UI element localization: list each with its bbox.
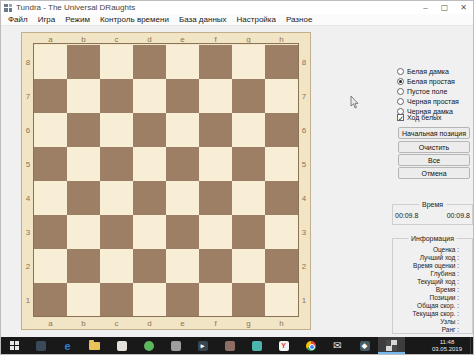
tundra-active-app-icon[interactable] — [378, 337, 405, 354]
file-label-bottom-c: c — [100, 317, 133, 329]
info-groupbox: Информация Оценка :Лучший ход :Время оце… — [392, 238, 473, 334]
windows-logo-icon — [10, 341, 19, 350]
all-button[interactable]: Все — [398, 154, 470, 166]
store-icon-glyph — [117, 341, 127, 351]
square-f5[interactable] — [199, 147, 232, 181]
square-h3[interactable] — [265, 215, 298, 249]
info-row-1: Лучший ход : — [395, 254, 459, 262]
clock-date: 03.05.2019 — [432, 346, 462, 353]
file-label-top-e: e — [166, 33, 199, 45]
square-h7[interactable] — [265, 79, 298, 113]
square-h4[interactable] — [265, 181, 298, 215]
info-group-title: Информация — [408, 235, 457, 242]
file-label-bottom-g: g — [232, 317, 265, 329]
piece-select-radio-group: Белая дамкаБелая простаяПустое полеЧерна… — [397, 67, 473, 117]
square-f2[interactable] — [199, 249, 232, 283]
square-e6[interactable] — [166, 113, 199, 147]
explorer-icon-glyph — [89, 342, 100, 350]
rank-label-right-7: 7 — [298, 79, 310, 113]
chrome-icon[interactable] — [297, 337, 324, 354]
rank-label-left-3: 3 — [22, 215, 34, 249]
radio-label: Черная простая — [407, 98, 459, 105]
rank-label-left-7: 7 — [22, 79, 34, 113]
rank-label-right-4: 4 — [298, 181, 310, 215]
square-f7[interactable] — [199, 79, 232, 113]
media-player-icon[interactable]: ▸ — [189, 337, 216, 354]
file-label-top-d: d — [133, 33, 166, 45]
start-button[interactable] — [1, 337, 27, 354]
menu-item-3[interactable]: Контроль времени — [95, 14, 174, 26]
explorer-icon[interactable] — [81, 337, 108, 354]
radio-label: Белая дамка — [407, 68, 449, 75]
square-g5[interactable] — [232, 147, 265, 181]
square-g7[interactable] — [232, 79, 265, 113]
rank-label-right-6: 6 — [298, 113, 310, 147]
green-circle-app-icon[interactable] — [135, 337, 162, 354]
info-row-6: Позиции : — [395, 294, 459, 302]
bag-app-icon-glyph — [225, 341, 235, 351]
gray-app-icon[interactable] — [162, 337, 189, 354]
square-g3[interactable] — [232, 215, 265, 249]
rank-label-left-2: 2 — [22, 249, 34, 283]
close-button[interactable]: ✕ — [454, 1, 473, 14]
maximize-button[interactable]: ▢ — [435, 1, 454, 14]
square-f4[interactable] — [199, 181, 232, 215]
file-label-bottom-f: f — [199, 317, 232, 329]
photos-app-icon-glyph: ◆ — [360, 341, 370, 351]
edge-icon[interactable]: e — [54, 337, 81, 354]
menu-item-2[interactable]: Режим — [60, 14, 95, 26]
checkbox-icon[interactable]: ✓ — [397, 114, 404, 121]
rank-label-right-1: 1 — [298, 283, 310, 317]
info-row-10: Ранг : — [395, 326, 459, 334]
square-h5[interactable] — [265, 147, 298, 181]
square-d6[interactable] — [133, 113, 166, 147]
radio-option-0[interactable]: Белая дамка — [397, 67, 473, 76]
file-label-top-a: a — [34, 33, 67, 45]
square-a5[interactable] — [34, 147, 67, 181]
file-label-top-c: c — [100, 33, 133, 45]
square-c8[interactable] — [100, 45, 133, 79]
mail-icon-glyph: ✉ — [333, 341, 341, 351]
info-row-4: Текущий ход : — [395, 278, 459, 286]
square-a7[interactable] — [34, 79, 67, 113]
time-groupbox: Время 00:09.8 00:09.8 — [392, 204, 473, 225]
initial-position-button[interactable]: Начальная позиция — [398, 127, 470, 139]
square-d3[interactable] — [133, 215, 166, 249]
square-c7[interactable] — [100, 79, 133, 113]
square-c3[interactable] — [100, 215, 133, 249]
square-c2[interactable] — [100, 249, 133, 283]
square-g1[interactable] — [232, 283, 265, 317]
store-icon[interactable] — [108, 337, 135, 354]
clear-button[interactable]: Очистить — [398, 141, 470, 153]
rank-label-left-6: 6 — [22, 113, 34, 147]
square-d1[interactable] — [133, 283, 166, 317]
square-e4[interactable] — [166, 181, 199, 215]
teal-app-icon-glyph — [252, 341, 262, 351]
radio-option-2[interactable]: Пустое поле — [397, 87, 473, 96]
cmd-app-icon-glyph — [36, 341, 46, 351]
radio-icon[interactable] — [397, 78, 404, 85]
info-row-3: Глубина : — [395, 270, 459, 278]
title-bar: Tundra - The Universal DRaughts – ▢ ✕ — [1, 1, 473, 14]
square-h6[interactable] — [265, 113, 298, 147]
green-circle-app-icon-glyph — [144, 341, 154, 351]
file-label-bottom-d: d — [133, 317, 166, 329]
square-d8[interactable] — [133, 45, 166, 79]
info-row-5: Время : — [395, 286, 459, 294]
square-a8[interactable] — [34, 45, 67, 79]
app-window: Tundra - The Universal DRaughts – ▢ ✕ Фа… — [0, 0, 474, 355]
square-a2[interactable] — [34, 249, 67, 283]
square-h2[interactable] — [265, 249, 298, 283]
square-c1[interactable] — [100, 283, 133, 317]
taskbar: e▸Y✉◆ 11:48 03.05.2019 — [1, 337, 473, 354]
white-clock: 00:09.8 — [395, 212, 418, 219]
square-g6[interactable] — [232, 113, 265, 147]
minimize-button[interactable]: – — [416, 1, 435, 14]
square-e8[interactable] — [166, 45, 199, 79]
show-desktop-button[interactable] — [470, 337, 473, 354]
board-corner — [22, 33, 34, 45]
mail-icon[interactable]: ✉ — [324, 337, 351, 354]
gray-app-icon-glyph — [171, 341, 181, 351]
app-icon — [4, 4, 12, 12]
square-b7[interactable] — [67, 79, 100, 113]
white-to-move-checkbox-row[interactable]: ✓ Ход белых — [397, 114, 442, 121]
square-a1[interactable] — [34, 283, 67, 317]
board-corner — [298, 33, 310, 45]
info-row-0: Оценка : — [395, 246, 459, 254]
menu-item-5[interactable]: Настройка — [232, 14, 281, 26]
taskbar-clock[interactable]: 11:48 03.05.2019 — [432, 339, 470, 353]
square-b3[interactable] — [67, 215, 100, 249]
file-label-top-f: f — [199, 33, 232, 45]
radio-option-1[interactable]: Белая простая — [397, 77, 473, 86]
window-title: Tundra - The Universal DRaughts — [16, 3, 135, 12]
board-corner — [22, 317, 34, 329]
file-label-bottom-e: e — [166, 317, 199, 329]
info-row-2: Время оценки : — [395, 262, 459, 270]
rank-label-left-1: 1 — [22, 283, 34, 317]
square-g8[interactable] — [232, 45, 265, 79]
square-b8[interactable] — [67, 45, 100, 79]
photos-app-icon[interactable]: ◆ — [351, 337, 378, 354]
time-group-title: Время — [419, 201, 446, 208]
square-f6[interactable] — [199, 113, 232, 147]
file-label-top-g: g — [232, 33, 265, 45]
draughts-board: abcdefgh8877665544332211abcdefgh — [21, 32, 311, 330]
radio-option-3[interactable]: Черная простая — [397, 97, 473, 106]
square-b1[interactable] — [67, 283, 100, 317]
info-rows: Оценка :Лучший ход :Время оценки :Глубин… — [393, 239, 472, 336]
square-b6[interactable] — [67, 113, 100, 147]
rank-label-left-4: 4 — [22, 181, 34, 215]
checkbox-label: Ход белых — [407, 114, 442, 121]
menu-item-6[interactable]: Разное — [281, 14, 317, 26]
square-a6[interactable] — [34, 113, 67, 147]
square-d7[interactable] — [133, 79, 166, 113]
square-g4[interactable] — [232, 181, 265, 215]
black-clock: 00:09.8 — [447, 212, 470, 219]
yandex-icon-glyph: Y — [279, 341, 289, 351]
taskbar-icons: e▸Y✉◆ — [27, 337, 405, 354]
radio-label: Белая простая — [407, 78, 455, 85]
menu-item-0[interactable]: Файл — [3, 14, 33, 26]
square-f3[interactable] — [199, 215, 232, 249]
rank-label-right-3: 3 — [298, 215, 310, 249]
rank-label-right-2: 2 — [298, 249, 310, 283]
square-b2[interactable] — [67, 249, 100, 283]
rank-label-right-5: 5 — [298, 147, 310, 181]
teal-app-icon[interactable] — [243, 337, 270, 354]
square-e1[interactable] — [166, 283, 199, 317]
cancel-button[interactable]: Отмена — [398, 167, 470, 179]
tundra-active-app-icon-glyph — [386, 340, 397, 351]
square-f8[interactable] — [199, 45, 232, 79]
info-row-8: Текущая скор. : — [395, 310, 459, 318]
file-label-top-h: h — [265, 33, 298, 45]
clock-time: 11:48 — [432, 339, 462, 346]
square-a3[interactable] — [34, 215, 67, 249]
square-f1[interactable] — [199, 283, 232, 317]
media-player-icon-glyph: ▸ — [198, 341, 208, 351]
info-row-9: Узлы : — [395, 318, 459, 326]
square-e2[interactable] — [166, 249, 199, 283]
chrome-icon-glyph — [306, 341, 316, 351]
board-corner — [298, 317, 310, 329]
radio-icon[interactable] — [397, 88, 404, 95]
radio-icon[interactable] — [397, 98, 404, 105]
square-b5[interactable] — [67, 147, 100, 181]
file-label-bottom-b: b — [67, 317, 100, 329]
menu-item-1[interactable]: Игра — [33, 14, 61, 26]
square-d2[interactable] — [133, 249, 166, 283]
square-c6[interactable] — [100, 113, 133, 147]
square-e3[interactable] — [166, 215, 199, 249]
cmd-app-icon[interactable] — [27, 337, 54, 354]
rank-label-left-8: 8 — [22, 45, 34, 79]
rank-label-left-5: 5 — [22, 147, 34, 181]
edge-icon-glyph: e — [64, 341, 70, 351]
mouse-cursor — [350, 96, 359, 109]
file-label-bottom-a: a — [34, 317, 67, 329]
square-d5[interactable] — [133, 147, 166, 181]
square-c4[interactable] — [100, 181, 133, 215]
menu-item-4[interactable]: База данных — [174, 14, 232, 26]
square-e7[interactable] — [166, 79, 199, 113]
info-row-7: Общая скор. : — [395, 302, 459, 310]
menu-bar: ФайлИграРежимКонтроль времениБаза данных… — [1, 14, 473, 26]
bag-app-icon[interactable] — [216, 337, 243, 354]
square-h8[interactable] — [265, 45, 298, 79]
square-h1[interactable] — [265, 283, 298, 317]
square-d4[interactable] — [133, 181, 166, 215]
file-label-top-b: b — [67, 33, 100, 45]
rank-label-right-8: 8 — [298, 45, 310, 79]
radio-icon[interactable] — [397, 68, 404, 75]
yandex-icon[interactable]: Y — [270, 337, 297, 354]
square-e5[interactable] — [166, 147, 199, 181]
square-b4[interactable] — [67, 181, 100, 215]
square-g2[interactable] — [232, 249, 265, 283]
square-c5[interactable] — [100, 147, 133, 181]
square-a4[interactable] — [34, 181, 67, 215]
radio-label: Пустое поле — [407, 88, 447, 95]
file-label-bottom-h: h — [265, 317, 298, 329]
